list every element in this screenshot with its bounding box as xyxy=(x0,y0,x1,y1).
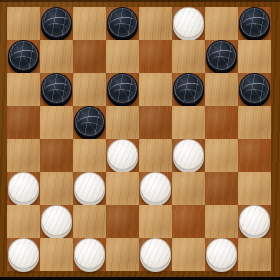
square-r0c1[interactable] xyxy=(40,7,73,40)
black-man[interactable] xyxy=(8,40,39,71)
square-r6c4 xyxy=(139,205,172,238)
square-r1c1 xyxy=(40,40,73,73)
square-r2c1[interactable] xyxy=(40,73,73,106)
square-r5c2[interactable] xyxy=(73,172,106,205)
white-man[interactable] xyxy=(173,139,204,170)
square-r0c4 xyxy=(139,7,172,40)
square-r7c6[interactable] xyxy=(205,238,238,271)
white-man[interactable] xyxy=(74,238,105,269)
square-r7c3 xyxy=(106,238,139,271)
white-man[interactable] xyxy=(8,172,39,203)
square-r4c3[interactable] xyxy=(106,139,139,172)
square-r7c1 xyxy=(40,238,73,271)
checkers-board xyxy=(7,7,271,271)
white-man[interactable] xyxy=(140,172,171,203)
square-r6c0 xyxy=(7,205,40,238)
square-r6c2 xyxy=(73,205,106,238)
square-r7c7 xyxy=(238,238,271,271)
square-r3c1 xyxy=(40,106,73,139)
black-man[interactable] xyxy=(239,7,270,38)
white-man[interactable] xyxy=(107,139,138,170)
checkers-game-window xyxy=(0,0,280,280)
square-r4c4 xyxy=(139,139,172,172)
square-r0c6 xyxy=(205,7,238,40)
square-r1c2[interactable] xyxy=(73,40,106,73)
square-r4c1[interactable] xyxy=(40,139,73,172)
square-r2c3[interactable] xyxy=(106,73,139,106)
black-man[interactable] xyxy=(41,7,72,38)
square-r2c5[interactable] xyxy=(172,73,205,106)
square-r1c3 xyxy=(106,40,139,73)
square-r0c7[interactable] xyxy=(238,7,271,40)
square-r5c1 xyxy=(40,172,73,205)
square-r6c7[interactable] xyxy=(238,205,271,238)
square-r6c3[interactable] xyxy=(106,205,139,238)
square-r7c2[interactable] xyxy=(73,238,106,271)
square-r4c0 xyxy=(7,139,40,172)
square-r3c2[interactable] xyxy=(73,106,106,139)
square-r5c5 xyxy=(172,172,205,205)
black-man[interactable] xyxy=(41,73,72,104)
square-r0c3[interactable] xyxy=(106,7,139,40)
square-r3c7 xyxy=(238,106,271,139)
square-r4c2 xyxy=(73,139,106,172)
white-man[interactable] xyxy=(239,205,270,236)
square-r3c3 xyxy=(106,106,139,139)
square-r6c6 xyxy=(205,205,238,238)
white-man[interactable] xyxy=(8,238,39,269)
square-r6c1[interactable] xyxy=(40,205,73,238)
square-r3c6[interactable] xyxy=(205,106,238,139)
square-r2c0 xyxy=(7,73,40,106)
black-man[interactable] xyxy=(173,73,204,104)
square-r7c0[interactable] xyxy=(7,238,40,271)
square-r2c7[interactable] xyxy=(238,73,271,106)
white-man[interactable] xyxy=(74,172,105,203)
white-man[interactable] xyxy=(41,205,72,236)
black-man[interactable] xyxy=(107,7,138,38)
square-r3c5 xyxy=(172,106,205,139)
square-r5c3 xyxy=(106,172,139,205)
black-man[interactable] xyxy=(74,106,105,137)
square-r4c6 xyxy=(205,139,238,172)
square-r0c0 xyxy=(7,7,40,40)
square-r7c4[interactable] xyxy=(139,238,172,271)
square-r5c0[interactable] xyxy=(7,172,40,205)
square-r1c5 xyxy=(172,40,205,73)
square-r2c4 xyxy=(139,73,172,106)
white-man[interactable] xyxy=(173,7,204,38)
black-man[interactable] xyxy=(107,73,138,104)
square-r0c2 xyxy=(73,7,106,40)
square-r5c4[interactable] xyxy=(139,172,172,205)
square-r0c5[interactable] xyxy=(172,7,205,40)
square-r5c6[interactable] xyxy=(205,172,238,205)
square-r4c7[interactable] xyxy=(238,139,271,172)
square-r4c5[interactable] xyxy=(172,139,205,172)
square-r2c6 xyxy=(205,73,238,106)
square-r1c0[interactable] xyxy=(7,40,40,73)
square-r7c5 xyxy=(172,238,205,271)
square-r3c0[interactable] xyxy=(7,106,40,139)
square-r1c6[interactable] xyxy=(205,40,238,73)
square-r2c2 xyxy=(73,73,106,106)
square-r3c4[interactable] xyxy=(139,106,172,139)
square-r5c7 xyxy=(238,172,271,205)
square-r1c4[interactable] xyxy=(139,40,172,73)
square-r1c7 xyxy=(238,40,271,73)
black-man[interactable] xyxy=(206,40,237,71)
white-man[interactable] xyxy=(140,238,171,269)
black-man[interactable] xyxy=(239,73,270,104)
square-r6c5[interactable] xyxy=(172,205,205,238)
white-man[interactable] xyxy=(206,238,237,269)
